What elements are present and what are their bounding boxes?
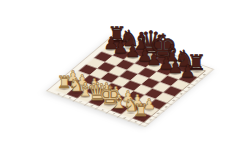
piece-white-rook-h1[interactable]: ♜ [133, 102, 148, 119]
piece-black-pawn-h7[interactable]: ♟ [180, 63, 195, 80]
pieces-layer: ♜♞♟♝♟♛♟♚♟♝♟♞♟♜♟♟♟♟♜♟♞♟♝♟♛♟♚♟♝♟♞♜ [0, 0, 240, 160]
photo-canvas: abcdefgh 87654321 ♜♞♟♝♟♛♟♚♟♝♟♞♟♜♟♟♟♟♜♟♞♟… [0, 0, 240, 160]
